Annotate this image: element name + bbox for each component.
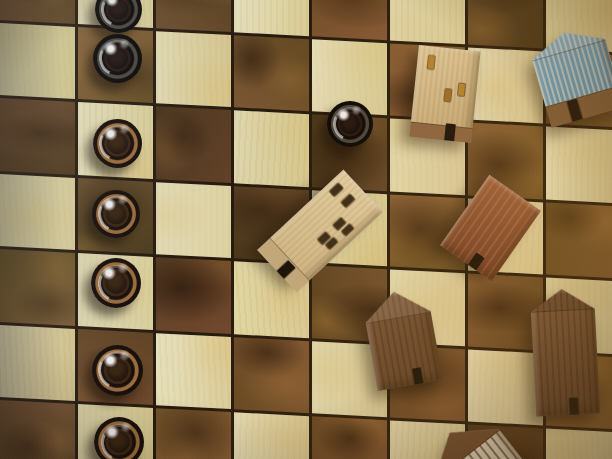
- black-pawn-b3: [92, 345, 143, 396]
- walnut-house-tall-door-notch: [569, 397, 579, 414]
- walnut-house-roof: [361, 285, 431, 323]
- black-pawn-b7: [93, 34, 142, 83]
- walnut-house-tall-roof: [530, 287, 595, 313]
- mahogany-block: [440, 175, 541, 282]
- ash-block: [409, 45, 480, 143]
- ash-block-base: [409, 122, 472, 143]
- ash-block-window-3: [444, 89, 451, 102]
- walnut-house-door-notch: [411, 367, 423, 384]
- blue-house-roof: [527, 22, 605, 61]
- black-pawn-b8: [95, 0, 142, 33]
- large-ash-block-window-6: [326, 238, 338, 250]
- ash-block-window-1: [427, 55, 434, 69]
- black-pawn-b6: [93, 119, 142, 168]
- large-ash-block: [257, 170, 383, 293]
- black-pawn-b5: [92, 190, 140, 238]
- blue-house: [527, 22, 612, 128]
- white-house: [417, 408, 538, 459]
- walnut-house-tall: [530, 287, 601, 416]
- walnut-house: [361, 285, 442, 390]
- black-pawn-e6: [327, 101, 373, 147]
- large-ash-block-window-1: [330, 183, 344, 196]
- pieces-layer: [0, 0, 612, 459]
- large-ash-block-window-4: [342, 224, 354, 236]
- large-ash-block-window-2: [341, 194, 355, 207]
- white-house-roof: [417, 408, 499, 459]
- black-pawn-b2: [94, 417, 144, 459]
- ash-block-window-2: [458, 83, 465, 96]
- ash-block-door-notch: [444, 123, 456, 141]
- mahogany-block-door-notch: [467, 252, 484, 270]
- black-pawn-b4: [91, 258, 141, 308]
- board-photo: [0, 0, 612, 459]
